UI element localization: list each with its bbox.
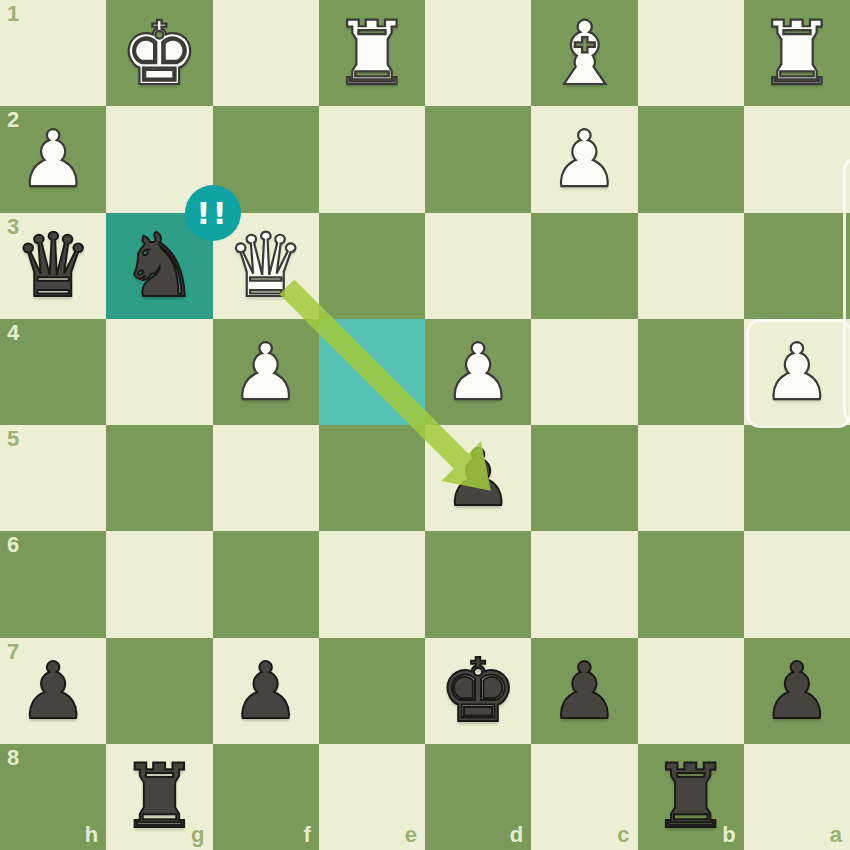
square-f5[interactable] (213, 425, 319, 531)
file-label-c: c (617, 824, 629, 846)
rank-label-8: 8 (7, 747, 19, 769)
white-pawn[interactable]: ♟ (213, 319, 319, 425)
square-b6[interactable] (638, 531, 744, 637)
square-g8[interactable]: g♜ (106, 744, 212, 850)
square-a6[interactable] (744, 531, 850, 637)
square-d3[interactable] (425, 213, 531, 319)
square-f7[interactable]: ♟ (213, 638, 319, 744)
square-a2[interactable] (744, 106, 850, 212)
square-d4[interactable]: ♟ (425, 319, 531, 425)
square-a7[interactable]: ♟ (744, 638, 850, 744)
square-c8[interactable]: c (531, 744, 637, 850)
white-rook[interactable]: ♜ (319, 0, 425, 106)
square-c1[interactable]: ♝ (531, 0, 637, 106)
black-pawn[interactable]: ♟ (425, 425, 531, 531)
square-e6[interactable] (319, 531, 425, 637)
white-pawn[interactable]: ♟ (425, 319, 531, 425)
square-b1[interactable] (638, 0, 744, 106)
square-a1[interactable]: ♜ (744, 0, 850, 106)
square-b7[interactable] (638, 638, 744, 744)
square-h4[interactable]: 4 (0, 319, 106, 425)
file-label-a: a (830, 824, 842, 846)
square-h2[interactable]: 2♟ (0, 106, 106, 212)
white-rook[interactable]: ♜ (744, 0, 850, 106)
square-b4[interactable] (638, 319, 744, 425)
rank-label-1: 1 (7, 3, 19, 25)
square-d8[interactable]: d (425, 744, 531, 850)
square-h6[interactable]: 6 (0, 531, 106, 637)
square-e4[interactable] (319, 319, 425, 425)
file-label-d: d (510, 824, 523, 846)
square-c7[interactable]: ♟ (531, 638, 637, 744)
square-h8[interactable]: 8h (0, 744, 106, 850)
white-pawn[interactable]: ♟ (0, 106, 106, 212)
black-king[interactable]: ♚ (425, 638, 531, 744)
square-a5[interactable] (744, 425, 850, 531)
square-f1[interactable] (213, 0, 319, 106)
square-f4[interactable]: ♟ (213, 319, 319, 425)
square-e8[interactable]: e (319, 744, 425, 850)
rank-label-5: 5 (7, 428, 19, 450)
square-d1[interactable] (425, 0, 531, 106)
black-rook[interactable]: ♜ (638, 744, 744, 850)
square-c2[interactable]: ♟ (531, 106, 637, 212)
file-label-f: f (303, 824, 310, 846)
square-b3[interactable] (638, 213, 744, 319)
square-e1[interactable]: ♜ (319, 0, 425, 106)
square-c4[interactable] (531, 319, 637, 425)
file-label-e: e (405, 824, 417, 846)
square-h3[interactable]: 3♛ (0, 213, 106, 319)
square-h5[interactable]: 5 (0, 425, 106, 531)
square-g4[interactable] (106, 319, 212, 425)
white-pawn[interactable]: ♟ (531, 106, 637, 212)
square-g1[interactable]: ♚ (106, 0, 212, 106)
black-pawn[interactable]: ♟ (213, 638, 319, 744)
rank-label-4: 4 (7, 322, 19, 344)
black-rook[interactable]: ♜ (106, 744, 212, 850)
square-f8[interactable]: f (213, 744, 319, 850)
square-g6[interactable] (106, 531, 212, 637)
file-label-h: h (85, 824, 98, 846)
square-g7[interactable] (106, 638, 212, 744)
square-g5[interactable] (106, 425, 212, 531)
square-c6[interactable] (531, 531, 637, 637)
square-d7[interactable]: ♚ (425, 638, 531, 744)
square-d6[interactable] (425, 531, 531, 637)
black-queen[interactable]: ♛ (0, 213, 106, 319)
square-b8[interactable]: b♜ (638, 744, 744, 850)
square-e3[interactable] (319, 213, 425, 319)
square-a4[interactable]: ♟ (744, 319, 850, 425)
square-e2[interactable] (319, 106, 425, 212)
square-a3[interactable] (744, 213, 850, 319)
chess-board: 1♚♜♝♜2♟♟3♛♞♛4♟♟♟5♟67♟♟♚♟♟8hg♜fedcb♜a (0, 0, 850, 850)
rank-label-6: 6 (7, 534, 19, 556)
black-pawn[interactable]: ♟ (531, 638, 637, 744)
square-h1[interactable]: 1 (0, 0, 106, 106)
white-bishop[interactable]: ♝ (531, 0, 637, 106)
square-e7[interactable] (319, 638, 425, 744)
square-b5[interactable] (638, 425, 744, 531)
square-c5[interactable] (531, 425, 637, 531)
square-b2[interactable] (638, 106, 744, 212)
chess-app-screen: 1♚♜♝♜2♟♟3♛♞♛4♟♟♟5♟67♟♟♚♟♟8hg♜fedcb♜a !! (0, 0, 850, 850)
brilliant-move-badge: !! (185, 185, 241, 241)
square-f6[interactable] (213, 531, 319, 637)
white-king[interactable]: ♚ (106, 0, 212, 106)
square-c3[interactable] (531, 213, 637, 319)
square-a8[interactable]: a (744, 744, 850, 850)
square-h7[interactable]: 7♟ (0, 638, 106, 744)
black-pawn[interactable]: ♟ (0, 638, 106, 744)
square-d2[interactable] (425, 106, 531, 212)
square-d5[interactable]: ♟ (425, 425, 531, 531)
white-pawn[interactable]: ♟ (744, 319, 850, 425)
square-e5[interactable] (319, 425, 425, 531)
black-pawn[interactable]: ♟ (744, 638, 850, 744)
